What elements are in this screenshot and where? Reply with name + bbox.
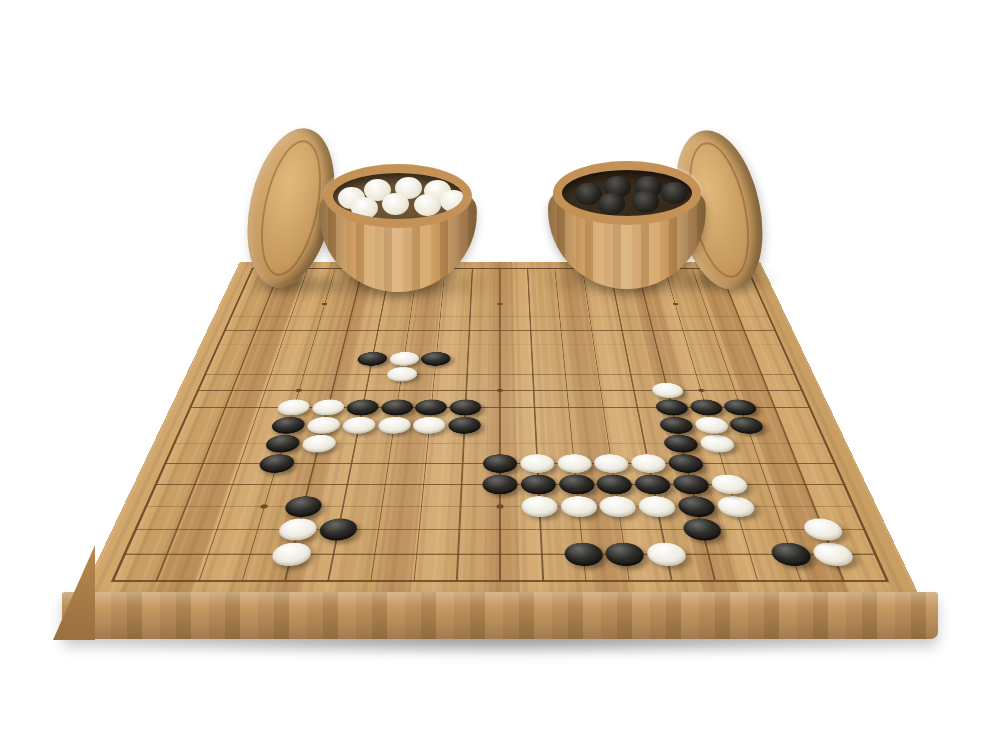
bowl-rim [553,161,701,225]
grid-border [111,268,889,582]
bowl-stone-white [351,197,378,219]
go-stone-white-L6 [520,454,555,473]
star-point [672,303,678,305]
go-stone-black-L5 [520,475,556,495]
star-point [698,389,705,392]
board-left-face [53,545,95,640]
bowl-stone-white [382,193,409,215]
bowl-rim [324,164,472,228]
bowl-stone-black [661,182,688,204]
go-stone-black-K5 [482,475,517,495]
star-point [496,504,503,508]
star-point [497,389,503,392]
go-stone-white-L4 [521,496,558,517]
board-front-face [62,592,938,639]
photo-scene [0,0,1000,749]
bowl-stone-white [414,194,441,216]
bowl-stone-white [440,190,463,212]
go-board [80,262,920,597]
bowl-stones-black [562,170,692,216]
stone-bowl-white [317,164,479,294]
go-stone-black-J8 [448,417,481,434]
go-stone-black-K6 [483,454,517,473]
bowl-stone-black [632,191,659,213]
bowl-stones-white [333,173,463,219]
stone-bowl-black [546,161,708,291]
bowl-stone-black [598,193,625,215]
